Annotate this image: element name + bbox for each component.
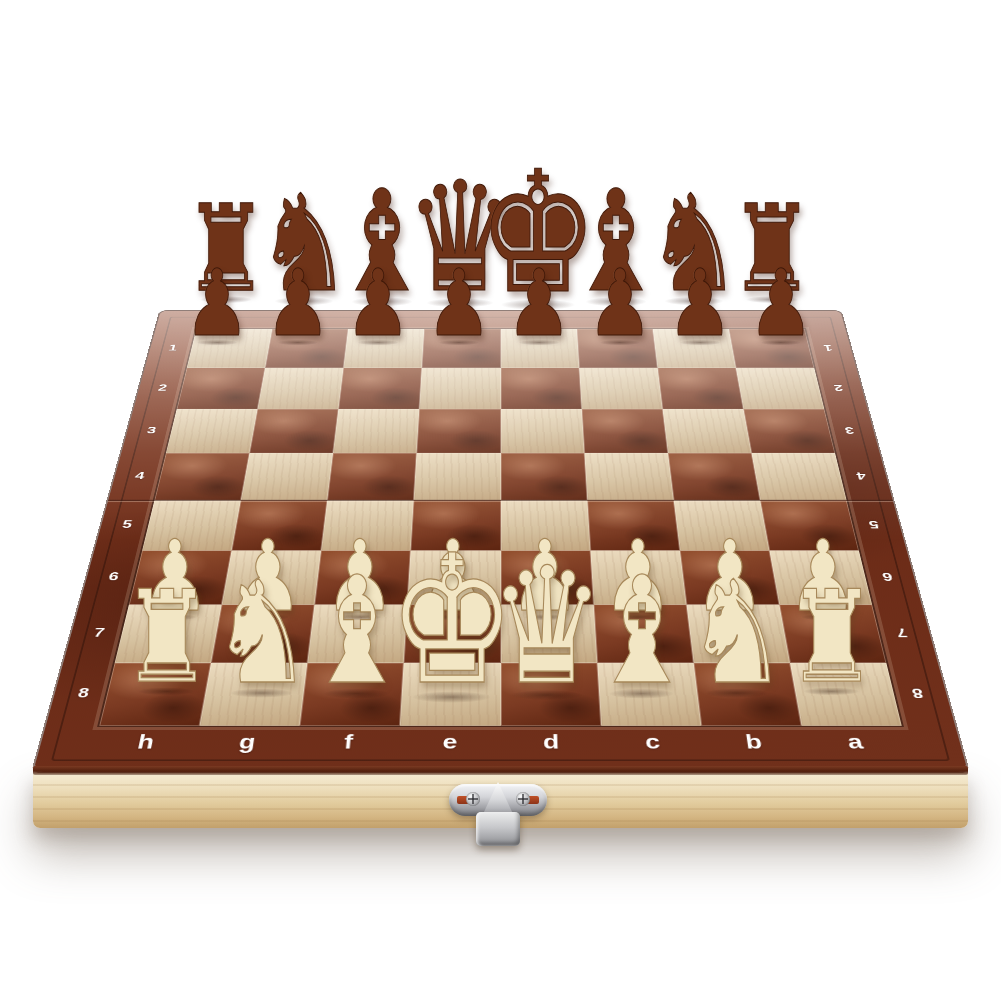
rank-label-right-7: 7: [889, 625, 915, 639]
square-c2[interactable]: [579, 368, 662, 409]
square-h4[interactable]: [154, 453, 249, 500]
dark-pawn-d2[interactable]: ♟: [498, 258, 580, 350]
square-a4[interactable]: [751, 453, 846, 500]
file-label-d: d: [529, 731, 573, 753]
piece-glyph: ♜: [786, 574, 877, 701]
piece-glyph: ♟: [748, 258, 814, 350]
square-e2[interactable]: [420, 368, 501, 409]
dark-pawn-a2[interactable]: ♟: [740, 258, 822, 350]
file-label-h: h: [122, 731, 170, 753]
rank-label-left-3: 3: [141, 425, 163, 436]
square-b4[interactable]: [668, 453, 760, 500]
screw-icon: [466, 792, 480, 806]
piece-glyph: ♟: [184, 258, 250, 350]
piece-glyph: ♟: [506, 258, 572, 350]
square-a3[interactable]: [743, 409, 835, 453]
rank-label-right-4: 4: [850, 470, 873, 482]
square-g4[interactable]: [241, 453, 333, 500]
dark-pawn-b2[interactable]: ♟: [659, 258, 741, 350]
square-f2[interactable]: [339, 368, 422, 409]
square-b3[interactable]: [662, 409, 751, 453]
file-label-f: f: [326, 731, 371, 753]
square-d2[interactable]: [501, 368, 582, 409]
latch-hook[interactable]: [476, 812, 520, 846]
rank-label-left-4: 4: [128, 470, 151, 482]
file-label-g: g: [224, 731, 271, 753]
piece-glyph: ♟: [265, 258, 331, 350]
square-g3[interactable]: [250, 409, 339, 453]
square-f4[interactable]: [327, 453, 416, 500]
piece-glyph: ♞: [686, 562, 788, 704]
file-label-e: e: [428, 731, 472, 753]
dark-pawn-f2[interactable]: ♟: [337, 258, 419, 350]
square-h2[interactable]: [177, 368, 266, 409]
rank-label-left-2: 2: [152, 382, 173, 392]
screw-icon: [516, 792, 530, 806]
rank-label-left-7: 7: [86, 625, 112, 639]
square-c4[interactable]: [584, 453, 673, 500]
square-c3[interactable]: [581, 409, 667, 453]
square-e3[interactable]: [417, 409, 501, 453]
rank-label-right-3: 3: [838, 425, 860, 436]
rank-label-right-2: 2: [828, 382, 849, 392]
square-d3[interactable]: [501, 409, 585, 453]
square-h3[interactable]: [166, 409, 258, 453]
square-d4[interactable]: [501, 453, 588, 500]
dark-pawn-c2[interactable]: ♟: [579, 258, 661, 350]
rank-label-left-8: 8: [70, 685, 97, 701]
board-bottom-edge: [33, 766, 968, 775]
dark-pawn-g2[interactable]: ♟: [257, 258, 339, 350]
file-label-a: a: [831, 731, 879, 753]
square-g2[interactable]: [258, 368, 344, 409]
piece-glyph: ♟: [426, 258, 492, 350]
fold-seam-highlight: [108, 501, 894, 502]
square-e4[interactable]: [414, 453, 501, 500]
square-a2[interactable]: [736, 368, 825, 409]
dark-pawn-e2[interactable]: ♟: [418, 258, 500, 350]
light-rook-a8[interactable]: ♜: [775, 574, 889, 701]
square-f3[interactable]: [333, 409, 419, 453]
piece-glyph: ♟: [667, 258, 733, 350]
product-photo: 12345678 12345678 hgfedcba ♜♞♝♛♚♝♞♜♟♟♟♟♟…: [0, 0, 1001, 1001]
file-label-c: c: [630, 731, 675, 753]
piece-glyph: ♟: [345, 258, 411, 350]
square-b2[interactable]: [657, 368, 743, 409]
dark-pawn-h2[interactable]: ♟: [176, 258, 258, 350]
piece-glyph: ♟: [587, 258, 653, 350]
rank-label-right-8: 8: [904, 685, 931, 701]
file-label-b: b: [731, 731, 778, 753]
